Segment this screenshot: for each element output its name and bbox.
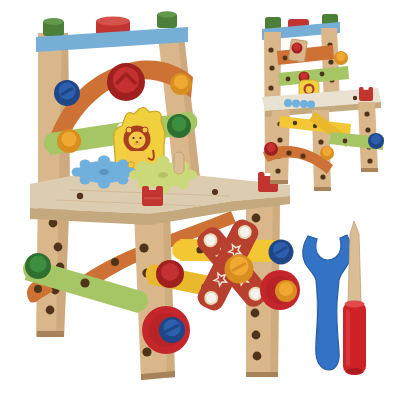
green-bolt-under-left: [25, 253, 51, 279]
red-bolt-rail-center: [107, 63, 145, 101]
screwdriver-shaft: [348, 221, 361, 303]
wooden-peg: [174, 152, 184, 174]
orange-bolt-rail-right: [170, 73, 192, 95]
sc-green-lower-slat: [329, 132, 384, 150]
red-wheel-right: [260, 270, 300, 310]
toy-chair-illustration: [0, 0, 400, 400]
red-bolt-under: [156, 260, 184, 288]
secondary-chair: [262, 14, 384, 191]
yellow-bolt-cross-center: [225, 255, 254, 284]
product-photo: [0, 0, 400, 400]
blue-bolt-rail-left: [54, 80, 80, 106]
main-chair: [23, 11, 300, 380]
orange-bolt-rail2-left: [57, 129, 81, 153]
back-left-leg-end: [37, 331, 64, 337]
red-wheel-left: [142, 306, 190, 354]
wrench-edge-shade: [317, 290, 318, 340]
lion-face: [129, 132, 146, 149]
blue-bolt-right-leg: [269, 240, 294, 265]
green-bolt-rail2-right: [167, 114, 191, 138]
